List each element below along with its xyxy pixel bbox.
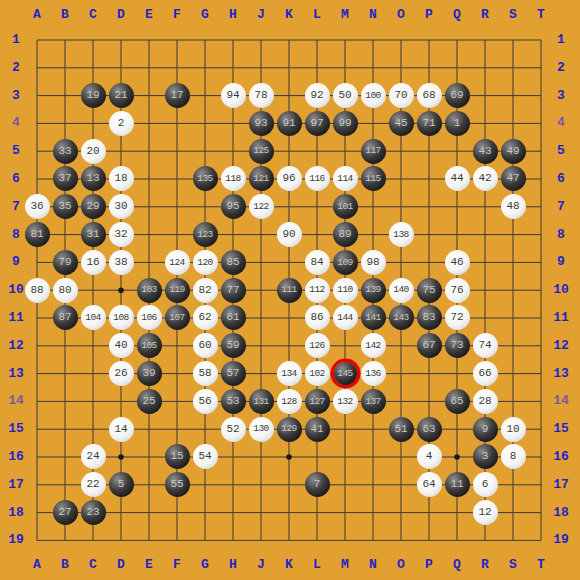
stone-white-28-R14[interactable]: 28 (473, 389, 498, 414)
stone-black-77-H10[interactable]: 77 (221, 278, 246, 303)
stone-black-143-O11[interactable]: 143 (389, 305, 414, 330)
col-label-top-P: P (419, 8, 439, 22)
stone-white-66-R13[interactable]: 66 (473, 361, 498, 386)
stone-black-13-C6[interactable]: 13 (81, 166, 106, 191)
stone-white-60-G12[interactable]: 60 (193, 333, 218, 358)
stone-white-144-M11[interactable]: 144 (333, 305, 358, 330)
stone-black-57-H13[interactable]: 57 (221, 361, 246, 386)
stone-white-10-S15[interactable]: 10 (501, 417, 526, 442)
col-label-top-E: E (139, 8, 159, 22)
stone-white-116-L6[interactable]: 116 (305, 166, 330, 191)
stone-black-115-N6[interactable]: 115 (361, 166, 386, 191)
stone-black-121-J6[interactable]: 121 (249, 166, 274, 191)
stone-black-69-Q3[interactable]: 69 (445, 83, 470, 108)
stone-white-42-R6[interactable]: 42 (473, 166, 498, 191)
stone-white-22-C17[interactable]: 22 (81, 472, 106, 497)
col-label-top-T: T (531, 8, 551, 22)
stone-black-139-N10[interactable]: 139 (361, 278, 386, 303)
stone-black-127-L14[interactable]: 127 (305, 389, 330, 414)
stone-white-62-G11[interactable]: 62 (193, 305, 218, 330)
stone-black-119-F10[interactable]: 119 (165, 278, 190, 303)
stone-black-85-H9[interactable]: 85 (221, 250, 246, 275)
stone-black-117-N5[interactable]: 117 (361, 139, 386, 164)
stone-white-130-J15[interactable]: 130 (249, 417, 274, 442)
col-label-top-N: N (363, 8, 383, 22)
stone-white-102-L13[interactable]: 102 (305, 361, 330, 386)
stone-white-84-L9[interactable]: 84 (305, 250, 330, 275)
col-label-bottom-E: E (139, 558, 159, 572)
col-label-bottom-A: A (27, 558, 47, 572)
stone-black-37-B6[interactable]: 37 (53, 166, 78, 191)
col-label-top-G: G (195, 8, 215, 22)
stone-white-30-D7[interactable]: 30 (109, 194, 134, 219)
col-label-bottom-Q: Q (447, 558, 467, 572)
stone-white-110-M10[interactable]: 110 (333, 278, 358, 303)
stone-white-74-R12[interactable]: 74 (473, 333, 498, 358)
stone-white-70-O3[interactable]: 70 (389, 83, 414, 108)
col-label-top-C: C (83, 8, 103, 22)
stone-white-26-D13[interactable]: 26 (109, 361, 134, 386)
stone-black-41-L15[interactable]: 41 (305, 417, 330, 442)
stone-white-14-D15[interactable]: 14 (109, 417, 134, 442)
col-label-top-H: H (223, 8, 243, 22)
stone-white-124-F9[interactable]: 124 (165, 250, 190, 275)
stone-white-4-P16[interactable]: 4 (417, 444, 442, 469)
stone-black-47-S6[interactable]: 47 (501, 166, 526, 191)
col-label-bottom-S: S (503, 558, 523, 572)
stone-white-2-D4[interactable]: 2 (109, 111, 134, 136)
stone-black-19-C3[interactable]: 19 (81, 83, 106, 108)
stone-white-8-S16[interactable]: 8 (501, 444, 526, 469)
stone-white-114-M6[interactable]: 114 (333, 166, 358, 191)
col-label-top-B: B (55, 8, 75, 22)
stone-black-39-E13[interactable]: 39 (137, 361, 162, 386)
stone-black-45-O4[interactable]: 45 (389, 111, 414, 136)
col-label-top-K: K (279, 8, 299, 22)
stone-black-131-J14[interactable]: 131 (249, 389, 274, 414)
stone-black-59-H12[interactable]: 59 (221, 333, 246, 358)
stone-black-103-E10[interactable]: 103 (137, 278, 162, 303)
col-label-bottom-F: F (167, 558, 187, 572)
stone-white-88-A10[interactable]: 88 (25, 278, 50, 303)
stone-white-132-M14[interactable]: 132 (333, 389, 358, 414)
stone-black-21-D3[interactable]: 21 (109, 83, 134, 108)
stone-black-125-J5[interactable]: 125 (249, 139, 274, 164)
stone-white-76-Q10[interactable]: 76 (445, 278, 470, 303)
stone-white-32-D8[interactable]: 32 (109, 222, 134, 247)
stone-black-53-H14[interactable]: 53 (221, 389, 246, 414)
stone-black-97-L4[interactable]: 97 (305, 111, 330, 136)
stone-white-122-J7[interactable]: 122 (249, 194, 274, 219)
stone-white-118-H6[interactable]: 118 (221, 166, 246, 191)
stone-black-3-R16[interactable]: 3 (473, 444, 498, 469)
stone-white-16-C9[interactable]: 16 (81, 250, 106, 275)
col-label-bottom-L: L (307, 558, 327, 572)
stone-black-93-J4[interactable]: 93 (249, 111, 274, 136)
col-label-top-D: D (111, 8, 131, 22)
stone-white-94-H3[interactable]: 94 (221, 83, 246, 108)
stone-black-129-K15[interactable]: 129 (277, 417, 302, 442)
stone-black-99-M4[interactable]: 99 (333, 111, 358, 136)
stone-black-101-M7[interactable]: 101 (333, 194, 358, 219)
stone-black-91-K4[interactable]: 91 (277, 111, 302, 136)
stone-black-29-C7[interactable]: 29 (81, 194, 106, 219)
stone-white-120-G9[interactable]: 120 (193, 250, 218, 275)
stone-white-98-N9[interactable]: 98 (361, 250, 386, 275)
stone-black-17-F3[interactable]: 17 (165, 83, 190, 108)
col-label-top-O: O (391, 8, 411, 22)
stone-white-136-N13[interactable]: 136 (361, 361, 386, 386)
stone-white-38-D9[interactable]: 38 (109, 250, 134, 275)
stone-white-90-K8[interactable]: 90 (277, 222, 302, 247)
stone-black-55-F17[interactable]: 55 (165, 472, 190, 497)
stone-white-108-D11[interactable]: 108 (109, 305, 134, 330)
stone-white-142-N12[interactable]: 142 (361, 333, 386, 358)
stone-white-58-G13[interactable]: 58 (193, 361, 218, 386)
stone-white-48-S7[interactable]: 48 (501, 194, 526, 219)
stone-white-134-K13[interactable]: 134 (277, 361, 302, 386)
stone-black-7-L17[interactable]: 7 (305, 472, 330, 497)
stone-black-49-S5[interactable]: 49 (501, 139, 526, 164)
col-label-bottom-O: O (391, 558, 411, 572)
stone-black-137-N14[interactable]: 137 (361, 389, 386, 414)
col-label-top-R: R (475, 8, 495, 22)
stone-black-23-C18[interactable]: 23 (81, 500, 106, 525)
col-label-bottom-B: B (55, 558, 75, 572)
col-label-bottom-D: D (111, 558, 131, 572)
stone-white-12-R18[interactable]: 12 (473, 500, 498, 525)
stone-black-107-F11[interactable]: 107 (165, 305, 190, 330)
col-label-bottom-R: R (475, 558, 495, 572)
stone-black-5-D17[interactable]: 5 (109, 472, 134, 497)
col-label-top-L: L (307, 8, 327, 22)
stone-black-35-B7[interactable]: 35 (53, 194, 78, 219)
stone-black-43-R5[interactable]: 43 (473, 139, 498, 164)
col-label-top-S: S (503, 8, 523, 22)
col-label-bottom-C: C (83, 558, 103, 572)
stone-white-100-N3[interactable]: 100 (361, 83, 386, 108)
stone-black-87-B11[interactable]: 87 (53, 305, 78, 330)
col-label-top-A: A (27, 8, 47, 22)
stone-black-145-M13[interactable]: 145 (334, 362, 357, 385)
stone-black-73-Q12[interactable]: 73 (445, 333, 470, 358)
stone-black-9-R15[interactable]: 9 (473, 417, 498, 442)
col-label-top-M: M (335, 8, 355, 22)
stone-black-65-Q14[interactable]: 65 (445, 389, 470, 414)
stone-white-72-Q11[interactable]: 72 (445, 305, 470, 330)
stone-black-61-H11[interactable]: 61 (221, 305, 246, 330)
stone-black-83-P11[interactable]: 83 (417, 305, 442, 330)
stone-black-25-E14[interactable]: 25 (137, 389, 162, 414)
stone-black-123-G8[interactable]: 123 (193, 222, 218, 247)
stone-white-126-L12[interactable]: 126 (305, 333, 330, 358)
col-label-bottom-P: P (419, 558, 439, 572)
stone-white-20-C5[interactable]: 20 (81, 139, 106, 164)
stone-black-105-E12[interactable]: 105 (137, 333, 162, 358)
stone-white-92-L3[interactable]: 92 (305, 83, 330, 108)
stone-black-109-M9[interactable]: 109 (333, 250, 358, 275)
stone-white-40-D12[interactable]: 40 (109, 333, 134, 358)
stone-black-1-Q4[interactable]: 1 (445, 111, 470, 136)
stone-white-24-C16[interactable]: 24 (81, 444, 106, 469)
stone-white-140-O10[interactable]: 140 (389, 278, 414, 303)
stone-black-111-K10[interactable]: 111 (277, 278, 302, 303)
stone-black-79-B9[interactable]: 79 (53, 250, 78, 275)
stone-white-54-G16[interactable]: 54 (193, 444, 218, 469)
stone-white-112-L10[interactable]: 112 (305, 278, 330, 303)
stone-white-36-A7[interactable]: 36 (25, 194, 50, 219)
col-label-bottom-J: J (251, 558, 271, 572)
stone-white-138-O8[interactable]: 138 (389, 222, 414, 247)
stone-white-18-D6[interactable]: 18 (109, 166, 134, 191)
stone-white-82-G10[interactable]: 82 (193, 278, 218, 303)
stone-black-15-F16[interactable]: 15 (165, 444, 190, 469)
stone-white-128-K14[interactable]: 128 (277, 389, 302, 414)
stone-white-78-J3[interactable]: 78 (249, 83, 274, 108)
col-label-bottom-T: T (531, 558, 551, 572)
stone-white-46-Q9[interactable]: 46 (445, 250, 470, 275)
stones-layer: 1234567891011121314151617181920212223242… (23, 26, 555, 554)
col-label-bottom-H: H (223, 558, 243, 572)
stone-white-56-G14[interactable]: 56 (193, 389, 218, 414)
col-label-bottom-N: N (363, 558, 383, 572)
stone-black-11-Q17[interactable]: 11 (445, 472, 470, 497)
col-label-top-F: F (167, 8, 187, 22)
stone-white-6-R17[interactable]: 6 (473, 472, 498, 497)
col-label-bottom-K: K (279, 558, 299, 572)
stone-white-86-L11[interactable]: 86 (305, 305, 330, 330)
stone-white-68-P3[interactable]: 68 (417, 83, 442, 108)
stone-black-141-N11[interactable]: 141 (361, 305, 386, 330)
stone-white-106-E11[interactable]: 106 (137, 305, 162, 330)
stone-black-33-B5[interactable]: 33 (53, 139, 78, 164)
stone-black-31-C8[interactable]: 31 (81, 222, 106, 247)
stone-white-44-Q6[interactable]: 44 (445, 166, 470, 191)
stone-black-27-B18[interactable]: 27 (53, 500, 78, 525)
stone-black-81-A8[interactable]: 81 (25, 222, 50, 247)
col-label-top-J: J (251, 8, 271, 22)
col-label-top-Q: Q (447, 8, 467, 22)
stone-black-95-H7[interactable]: 95 (221, 194, 246, 219)
stone-black-51-O15[interactable]: 51 (389, 417, 414, 442)
go-board[interactable]: AABBCCDDEEFFGGHHJJKKLLMMNNOOPPQQRRSSTT11… (0, 0, 580, 580)
stone-white-80-B10[interactable]: 80 (53, 278, 78, 303)
stone-white-96-K6[interactable]: 96 (277, 166, 302, 191)
stone-white-104-C11[interactable]: 104 (81, 305, 106, 330)
stone-black-63-P15[interactable]: 63 (417, 417, 442, 442)
stone-white-50-M3[interactable]: 50 (333, 83, 358, 108)
stone-black-75-P10[interactable]: 75 (417, 278, 442, 303)
col-label-bottom-G: G (195, 558, 215, 572)
stone-black-71-P4[interactable]: 71 (417, 111, 442, 136)
stone-white-64-P17[interactable]: 64 (417, 472, 442, 497)
stone-black-135-G6[interactable]: 135 (193, 166, 218, 191)
stone-black-89-M8[interactable]: 89 (333, 222, 358, 247)
col-label-bottom-M: M (335, 558, 355, 572)
stone-black-67-P12[interactable]: 67 (417, 333, 442, 358)
stone-white-52-H15[interactable]: 52 (221, 417, 246, 442)
